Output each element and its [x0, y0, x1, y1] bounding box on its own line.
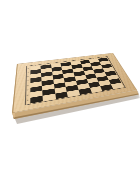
product-photo: abcdefgh abcdefgh 87654321 87654321	[0, 0, 140, 187]
chessboard-scene: abcdefgh abcdefgh 87654321 87654321	[0, 0, 140, 187]
